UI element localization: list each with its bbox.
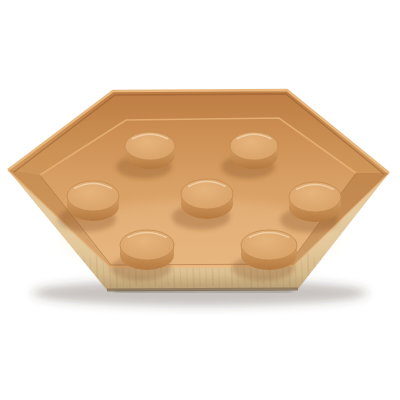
base-contact-shadow <box>115 291 292 292</box>
product-photo-page <box>0 0 400 400</box>
grain-line <box>320 258 322 286</box>
stud-top <box>125 132 175 160</box>
grain-line <box>64 257 66 289</box>
grain-line <box>71 257 73 286</box>
stud-top <box>120 230 174 260</box>
stud-top <box>67 181 119 211</box>
grain-line <box>77 252 79 287</box>
hex-tray-svg <box>0 0 400 400</box>
grain-line <box>58 252 60 286</box>
stud-top <box>230 132 278 160</box>
stud-top <box>181 179 233 209</box>
tray-render-root <box>8 90 389 306</box>
stud-top <box>241 230 297 260</box>
stud-top <box>289 182 341 212</box>
grain-line <box>333 256 335 286</box>
base-bottom-edge <box>107 289 298 290</box>
grain-line <box>327 253 329 288</box>
hex-tray-photo <box>0 0 400 400</box>
grain-line <box>346 253 348 288</box>
grain-line <box>340 258 342 287</box>
